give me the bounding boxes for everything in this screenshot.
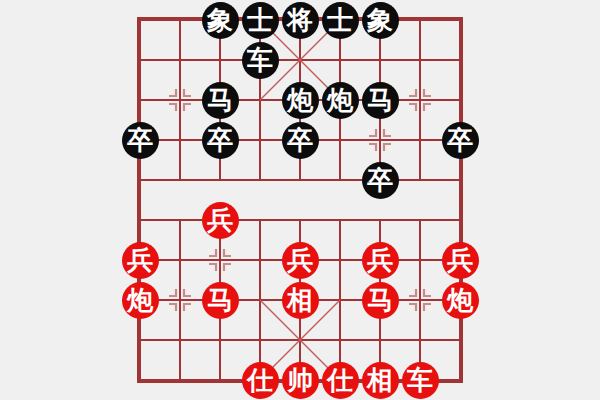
piece-black-horse[interactable]: 马 (362, 82, 399, 119)
piece-red-elephant[interactable]: 相 (282, 282, 319, 319)
piece-red-cannon[interactable]: 炮 (442, 282, 479, 319)
piece-red-elephant[interactable]: 相 (362, 362, 399, 399)
piece-black-pawn[interactable]: 卒 (202, 122, 239, 159)
piece-red-horse[interactable]: 马 (202, 282, 239, 319)
piece-black-pawn[interactable]: 卒 (122, 122, 159, 159)
piece-red-pawn[interactable]: 兵 (202, 202, 239, 239)
piece-red-rook[interactable]: 车 (402, 362, 439, 399)
piece-black-king[interactable]: 将 (282, 2, 319, 39)
piece-black-horse[interactable]: 马 (202, 82, 239, 119)
piece-red-pawn[interactable]: 兵 (362, 242, 399, 279)
xiangqi-app: 象士将士象车马炮炮马卒卒卒卒卒兵兵兵兵兵炮马相马炮仕帅仕相车 (0, 0, 600, 400)
piece-red-pawn[interactable]: 兵 (442, 242, 479, 279)
piece-black-elephant[interactable]: 象 (362, 2, 399, 39)
piece-red-pawn[interactable]: 兵 (282, 242, 319, 279)
piece-red-king[interactable]: 帅 (282, 362, 319, 399)
piece-black-pawn[interactable]: 卒 (282, 122, 319, 159)
piece-black-cannon[interactable]: 炮 (282, 82, 319, 119)
piece-black-pawn[interactable]: 卒 (442, 122, 479, 159)
piece-black-advisor[interactable]: 士 (242, 2, 279, 39)
piece-black-cannon[interactable]: 炮 (322, 82, 359, 119)
piece-red-cannon[interactable]: 炮 (122, 282, 159, 319)
piece-red-pawn[interactable]: 兵 (122, 242, 159, 279)
piece-red-advisor[interactable]: 仕 (322, 362, 359, 399)
piece-black-elephant[interactable]: 象 (202, 2, 239, 39)
piece-black-pawn[interactable]: 卒 (362, 162, 399, 199)
pieces-layer: 象士将士象车马炮炮马卒卒卒卒卒兵兵兵兵兵炮马相马炮仕帅仕相车 (120, 0, 480, 400)
piece-red-horse[interactable]: 马 (362, 282, 399, 319)
piece-black-advisor[interactable]: 士 (322, 2, 359, 39)
piece-black-rook[interactable]: 车 (242, 42, 279, 79)
piece-red-advisor[interactable]: 仕 (242, 362, 279, 399)
